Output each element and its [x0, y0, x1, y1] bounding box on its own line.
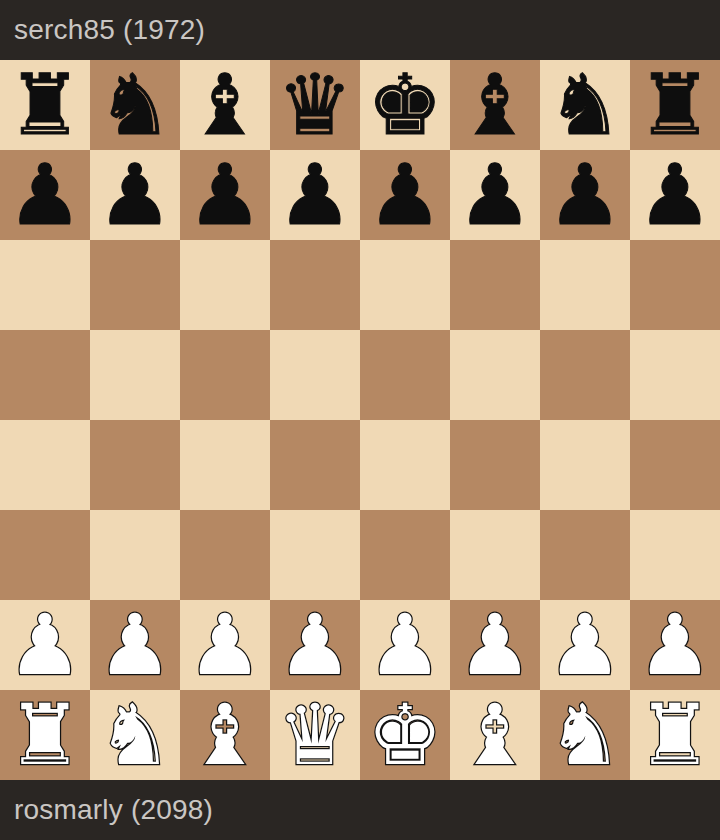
square-c6[interactable]	[180, 240, 270, 330]
white-knight-b1[interactable]: ♞︎	[97, 690, 172, 780]
square-h4[interactable]	[630, 420, 720, 510]
square-b8[interactable]: ♞︎	[90, 60, 180, 150]
square-d5[interactable]	[270, 330, 360, 420]
bottom-player-bar: rosmarly (2098)	[0, 780, 720, 840]
square-d1[interactable]: ♛︎	[270, 690, 360, 780]
square-f6[interactable]	[450, 240, 540, 330]
square-c1[interactable]: ♝︎	[180, 690, 270, 780]
square-h8[interactable]: ♜︎	[630, 60, 720, 150]
black-pawn-b7[interactable]: ♟︎	[97, 150, 172, 240]
white-pawn-h2[interactable]: ♟︎	[637, 600, 712, 690]
square-f4[interactable]	[450, 420, 540, 510]
white-rook-h1[interactable]: ♜︎	[637, 690, 712, 780]
square-e6[interactable]	[360, 240, 450, 330]
square-h6[interactable]	[630, 240, 720, 330]
black-bishop-c8[interactable]: ♝︎	[187, 60, 262, 150]
square-g4[interactable]	[540, 420, 630, 510]
square-h5[interactable]	[630, 330, 720, 420]
white-pawn-a2[interactable]: ♟︎	[7, 600, 82, 690]
top-player-label[interactable]: serch85 (1972)	[14, 14, 205, 46]
square-a7[interactable]: ♟︎	[0, 150, 90, 240]
square-d4[interactable]	[270, 420, 360, 510]
black-pawn-f7[interactable]: ♟︎	[457, 150, 532, 240]
square-e5[interactable]	[360, 330, 450, 420]
black-bishop-f8[interactable]: ♝︎	[457, 60, 532, 150]
black-pawn-c7[interactable]: ♟︎	[187, 150, 262, 240]
square-g8[interactable]: ♞︎	[540, 60, 630, 150]
white-king-e1[interactable]: ♚︎	[367, 690, 442, 780]
square-g6[interactable]	[540, 240, 630, 330]
white-pawn-b2[interactable]: ♟︎	[97, 600, 172, 690]
square-f1[interactable]: ♝︎	[450, 690, 540, 780]
white-queen-d1[interactable]: ♛︎	[277, 690, 352, 780]
square-g5[interactable]	[540, 330, 630, 420]
square-b3[interactable]	[90, 510, 180, 600]
white-rook-a1[interactable]: ♜︎	[7, 690, 82, 780]
square-c3[interactable]	[180, 510, 270, 600]
square-h3[interactable]	[630, 510, 720, 600]
square-b4[interactable]	[90, 420, 180, 510]
square-d8[interactable]: ♛︎	[270, 60, 360, 150]
square-d7[interactable]: ♟︎	[270, 150, 360, 240]
square-h1[interactable]: ♜︎	[630, 690, 720, 780]
black-queen-d8[interactable]: ♛︎	[277, 60, 352, 150]
square-g3[interactable]	[540, 510, 630, 600]
white-pawn-c2[interactable]: ♟︎	[187, 600, 262, 690]
square-e4[interactable]	[360, 420, 450, 510]
white-pawn-d2[interactable]: ♟︎	[277, 600, 352, 690]
top-player-bar: serch85 (1972)	[0, 0, 720, 60]
square-c7[interactable]: ♟︎	[180, 150, 270, 240]
square-f5[interactable]	[450, 330, 540, 420]
square-f8[interactable]: ♝︎	[450, 60, 540, 150]
square-b6[interactable]	[90, 240, 180, 330]
square-e1[interactable]: ♚︎	[360, 690, 450, 780]
square-f3[interactable]	[450, 510, 540, 600]
square-a5[interactable]	[0, 330, 90, 420]
square-b2[interactable]: ♟︎	[90, 600, 180, 690]
black-king-e8[interactable]: ♚︎	[367, 60, 442, 150]
square-a8[interactable]: ♜︎	[0, 60, 90, 150]
black-rook-h8[interactable]: ♜︎	[637, 60, 712, 150]
square-g1[interactable]: ♞︎	[540, 690, 630, 780]
black-pawn-h7[interactable]: ♟︎	[637, 150, 712, 240]
black-pawn-a7[interactable]: ♟︎	[7, 150, 82, 240]
square-f2[interactable]: ♟︎	[450, 600, 540, 690]
square-e2[interactable]: ♟︎	[360, 600, 450, 690]
square-g7[interactable]: ♟︎	[540, 150, 630, 240]
square-a2[interactable]: ♟︎	[0, 600, 90, 690]
square-c4[interactable]	[180, 420, 270, 510]
square-e3[interactable]	[360, 510, 450, 600]
bottom-player-label[interactable]: rosmarly (2098)	[14, 794, 213, 826]
square-b5[interactable]	[90, 330, 180, 420]
white-pawn-e2[interactable]: ♟︎	[367, 600, 442, 690]
square-a3[interactable]	[0, 510, 90, 600]
square-c2[interactable]: ♟︎	[180, 600, 270, 690]
black-pawn-d7[interactable]: ♟︎	[277, 150, 352, 240]
square-h7[interactable]: ♟︎	[630, 150, 720, 240]
square-d2[interactable]: ♟︎	[270, 600, 360, 690]
white-knight-g1[interactable]: ♞︎	[547, 690, 622, 780]
square-d6[interactable]	[270, 240, 360, 330]
black-knight-g8[interactable]: ♞︎	[547, 60, 622, 150]
white-pawn-g2[interactable]: ♟︎	[547, 600, 622, 690]
square-g2[interactable]: ♟︎	[540, 600, 630, 690]
square-c8[interactable]: ♝︎	[180, 60, 270, 150]
white-pawn-f2[interactable]: ♟︎	[457, 600, 532, 690]
square-e8[interactable]: ♚︎	[360, 60, 450, 150]
black-rook-a8[interactable]: ♜︎	[7, 60, 82, 150]
black-pawn-g7[interactable]: ♟︎	[547, 150, 622, 240]
square-a6[interactable]	[0, 240, 90, 330]
square-f7[interactable]: ♟︎	[450, 150, 540, 240]
black-knight-b8[interactable]: ♞︎	[97, 60, 172, 150]
square-a4[interactable]	[0, 420, 90, 510]
white-bishop-c1[interactable]: ♝︎	[187, 690, 262, 780]
square-e7[interactable]: ♟︎	[360, 150, 450, 240]
square-h2[interactable]: ♟︎	[630, 600, 720, 690]
square-d3[interactable]	[270, 510, 360, 600]
square-b1[interactable]: ♞︎	[90, 690, 180, 780]
square-b7[interactable]: ♟︎	[90, 150, 180, 240]
square-a1[interactable]: ♜︎	[0, 690, 90, 780]
black-pawn-e7[interactable]: ♟︎	[367, 150, 442, 240]
white-bishop-f1[interactable]: ♝︎	[457, 690, 532, 780]
chess-board: ♜︎♞︎♝︎♛︎♚︎♝︎♞︎♜︎♟︎♟︎♟︎♟︎♟︎♟︎♟︎♟︎♟︎♟︎♟︎♟︎…	[0, 60, 720, 780]
square-c5[interactable]	[180, 330, 270, 420]
